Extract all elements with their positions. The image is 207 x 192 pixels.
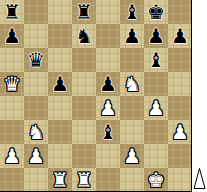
square-d5[interactable] bbox=[72, 72, 96, 96]
square-h4[interactable] bbox=[168, 96, 192, 120]
square-d4[interactable] bbox=[72, 96, 96, 120]
square-d7[interactable]: ♞ bbox=[72, 24, 96, 48]
square-d2[interactable] bbox=[72, 144, 96, 168]
square-g3[interactable] bbox=[144, 120, 168, 144]
square-a6[interactable] bbox=[0, 48, 24, 72]
square-d3[interactable] bbox=[72, 120, 96, 144]
square-a1[interactable] bbox=[0, 168, 24, 192]
square-c4[interactable] bbox=[48, 96, 72, 120]
black-rook-piece: ♜ bbox=[3, 0, 21, 24]
black-queen-piece: ♛ bbox=[27, 48, 45, 72]
white-knight-piece: ♞ bbox=[123, 72, 141, 96]
white-pawn-piece: ♟ bbox=[99, 96, 117, 120]
square-h3[interactable]: ♟ bbox=[168, 120, 192, 144]
black-pawn-piece: ♟ bbox=[123, 24, 141, 48]
square-h8[interactable] bbox=[168, 0, 192, 24]
square-g7[interactable]: ♟ bbox=[144, 24, 168, 48]
square-a7[interactable]: ♟ bbox=[0, 24, 24, 48]
black-knight-piece: ♞ bbox=[75, 24, 93, 48]
black-king-piece: ♚ bbox=[147, 0, 165, 24]
side-panel bbox=[192, 0, 207, 192]
square-c6[interactable] bbox=[48, 48, 72, 72]
square-c2[interactable] bbox=[48, 144, 72, 168]
square-d1[interactable]: ♜ bbox=[72, 168, 96, 192]
white-pawn-piece: ♟ bbox=[123, 144, 141, 168]
square-h7[interactable]: ♟ bbox=[168, 24, 192, 48]
square-b2[interactable]: ♟ bbox=[24, 144, 48, 168]
square-f8[interactable]: ♝ bbox=[120, 0, 144, 24]
black-rook-piece: ♜ bbox=[75, 0, 93, 24]
black-pawn-piece: ♟ bbox=[51, 72, 69, 96]
square-c3[interactable] bbox=[48, 120, 72, 144]
square-c7[interactable] bbox=[48, 24, 72, 48]
square-b6[interactable]: ♛ bbox=[24, 48, 48, 72]
square-h6[interactable] bbox=[168, 48, 192, 72]
square-h1[interactable] bbox=[168, 168, 192, 192]
square-b3[interactable]: ♞ bbox=[24, 120, 48, 144]
square-a5[interactable]: ♛ bbox=[0, 72, 24, 96]
black-bishop-piece: ♝ bbox=[123, 0, 141, 24]
black-bishop-piece: ♝ bbox=[99, 120, 117, 144]
white-to-move-indicator bbox=[193, 167, 206, 190]
white-rook-piece: ♜ bbox=[75, 168, 93, 192]
white-pawn-piece: ♟ bbox=[3, 144, 21, 168]
square-b7[interactable] bbox=[24, 24, 48, 48]
square-g2[interactable] bbox=[144, 144, 168, 168]
square-c5[interactable]: ♟ bbox=[48, 72, 72, 96]
white-rook-piece: ♜ bbox=[51, 168, 69, 192]
square-e8[interactable] bbox=[96, 0, 120, 24]
square-a4[interactable] bbox=[0, 96, 24, 120]
square-b1[interactable] bbox=[24, 168, 48, 192]
square-f4[interactable] bbox=[120, 96, 144, 120]
square-f7[interactable]: ♟ bbox=[120, 24, 144, 48]
white-pawn-piece: ♟ bbox=[171, 120, 189, 144]
square-f1[interactable] bbox=[120, 168, 144, 192]
square-e2[interactable] bbox=[96, 144, 120, 168]
square-d6[interactable] bbox=[72, 48, 96, 72]
square-g1[interactable]: ♚ bbox=[144, 168, 168, 192]
square-c8[interactable] bbox=[48, 0, 72, 24]
square-b8[interactable] bbox=[24, 0, 48, 24]
white-pawn-piece: ♟ bbox=[147, 96, 165, 120]
square-f2[interactable]: ♟ bbox=[120, 144, 144, 168]
square-h5[interactable] bbox=[168, 72, 192, 96]
white-pawn-piece: ♟ bbox=[27, 144, 45, 168]
square-e6[interactable] bbox=[96, 48, 120, 72]
square-f5[interactable]: ♞ bbox=[120, 72, 144, 96]
square-h2[interactable] bbox=[168, 144, 192, 168]
square-c1[interactable]: ♜ bbox=[48, 168, 72, 192]
square-e5[interactable]: ♟ bbox=[96, 72, 120, 96]
square-f3[interactable] bbox=[120, 120, 144, 144]
square-a2[interactable]: ♟ bbox=[0, 144, 24, 168]
square-b4[interactable] bbox=[24, 96, 48, 120]
square-e3[interactable]: ♝ bbox=[96, 120, 120, 144]
white-king-piece: ♚ bbox=[147, 168, 165, 192]
square-b5[interactable] bbox=[24, 72, 48, 96]
square-a3[interactable] bbox=[0, 120, 24, 144]
chess-board: ♜♜♝♚♟♞♟♟♟♛♝♛♟♟♞♟♟♞♝♟♟♟♟♜♜♚ bbox=[0, 0, 192, 192]
black-pawn-piece: ♟ bbox=[3, 24, 21, 48]
square-e4[interactable]: ♟ bbox=[96, 96, 120, 120]
black-pawn-piece: ♟ bbox=[171, 24, 189, 48]
square-g8[interactable]: ♚ bbox=[144, 0, 168, 24]
square-d8[interactable]: ♜ bbox=[72, 0, 96, 24]
square-f6[interactable] bbox=[120, 48, 144, 72]
white-queen-piece: ♛ bbox=[3, 72, 21, 96]
black-bishop-piece: ♝ bbox=[147, 48, 165, 72]
square-a8[interactable]: ♜ bbox=[0, 0, 24, 24]
white-knight-piece: ♞ bbox=[27, 120, 45, 144]
square-e1[interactable] bbox=[96, 168, 120, 192]
square-e7[interactable] bbox=[96, 24, 120, 48]
black-pawn-piece: ♟ bbox=[147, 24, 165, 48]
square-g5[interactable] bbox=[144, 72, 168, 96]
chess-app-window: ♜♜♝♚♟♞♟♟♟♛♝♛♟♟♞♟♟♞♝♟♟♟♟♜♜♚ bbox=[0, 0, 207, 192]
square-g4[interactable]: ♟ bbox=[144, 96, 168, 120]
black-pawn-piece: ♟ bbox=[99, 72, 117, 96]
square-g6[interactable]: ♝ bbox=[144, 48, 168, 72]
